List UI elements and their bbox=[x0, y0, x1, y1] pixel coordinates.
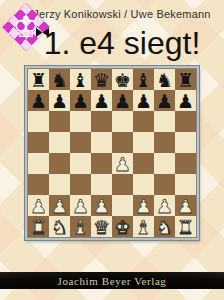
square-g4 bbox=[154, 153, 175, 174]
piece-white-rook: ♜ bbox=[28, 216, 49, 237]
piece-white-bishop: ♝ bbox=[70, 216, 91, 237]
piece-white-king: ♚ bbox=[112, 216, 133, 237]
square-a6 bbox=[28, 111, 49, 132]
piece-white-pawn: ♟ bbox=[154, 195, 175, 216]
square-h3 bbox=[175, 174, 196, 195]
square-f8: ♝ bbox=[133, 69, 154, 90]
book-title: 1. e4 siegt! bbox=[22, 26, 222, 60]
square-g5 bbox=[154, 132, 175, 153]
square-a1: ♜ bbox=[28, 216, 49, 237]
square-f2: ♟ bbox=[133, 195, 154, 216]
square-g6 bbox=[154, 111, 175, 132]
piece-black-rook: ♜ bbox=[175, 69, 196, 90]
square-d8: ♛ bbox=[91, 69, 112, 90]
square-b1: ♞ bbox=[49, 216, 70, 237]
publisher-name: Joachim Beyer Verlag bbox=[58, 275, 167, 287]
square-f1: ♝ bbox=[133, 216, 154, 237]
square-d3 bbox=[91, 174, 112, 195]
square-c3 bbox=[70, 174, 91, 195]
square-f3 bbox=[133, 174, 154, 195]
piece-white-pawn: ♟ bbox=[49, 195, 70, 216]
square-g3 bbox=[154, 174, 175, 195]
square-b7: ♟ bbox=[49, 90, 70, 111]
square-a7: ♟ bbox=[28, 90, 49, 111]
piece-white-pawn: ♟ bbox=[28, 195, 49, 216]
piece-black-pawn: ♟ bbox=[28, 90, 49, 111]
piece-black-rook: ♜ bbox=[28, 69, 49, 90]
square-d6 bbox=[91, 111, 112, 132]
chess-king-icon: ♔ bbox=[2, 7, 50, 47]
piece-black-pawn: ♟ bbox=[133, 90, 154, 111]
square-b2: ♟ bbox=[49, 195, 70, 216]
square-c5 bbox=[70, 132, 91, 153]
square-b5 bbox=[49, 132, 70, 153]
piece-black-bishop: ♝ bbox=[133, 69, 154, 90]
square-d5 bbox=[91, 132, 112, 153]
piece-black-queen: ♛ bbox=[91, 69, 112, 90]
piece-white-pawn: ♟ bbox=[112, 153, 133, 174]
square-g2: ♟ bbox=[154, 195, 175, 216]
square-e5 bbox=[112, 132, 133, 153]
piece-white-queen: ♛ bbox=[91, 216, 112, 237]
square-e3 bbox=[112, 174, 133, 195]
square-e7: ♟ bbox=[112, 90, 133, 111]
square-h8: ♜ bbox=[175, 69, 196, 90]
piece-black-pawn: ♟ bbox=[112, 90, 133, 111]
square-d7: ♟ bbox=[91, 90, 112, 111]
piece-black-pawn: ♟ bbox=[154, 90, 175, 111]
piece-black-pawn: ♟ bbox=[70, 90, 91, 111]
square-h7: ♟ bbox=[175, 90, 196, 111]
piece-black-pawn: ♟ bbox=[49, 90, 70, 111]
square-b6 bbox=[49, 111, 70, 132]
square-a5 bbox=[28, 132, 49, 153]
square-c2: ♟ bbox=[70, 195, 91, 216]
square-g1: ♞ bbox=[154, 216, 175, 237]
authors-line: Jerzy Konikowski / Uwe Bekemann bbox=[22, 8, 222, 20]
square-f7: ♟ bbox=[133, 90, 154, 111]
square-d1: ♛ bbox=[91, 216, 112, 237]
piece-white-rook: ♜ bbox=[175, 216, 196, 237]
piece-white-pawn: ♟ bbox=[91, 195, 112, 216]
chessboard-frame: ♜♞♝♛♚♝♞♜♟♟♟♟♟♟♟♟♟♟♟♟♟♟♟♟♜♞♝♛♚♝♞♜ bbox=[25, 66, 199, 240]
piece-black-knight: ♞ bbox=[49, 69, 70, 90]
square-a4 bbox=[28, 153, 49, 174]
square-g7: ♟ bbox=[154, 90, 175, 111]
chessboard: ♜♞♝♛♚♝♞♜♟♟♟♟♟♟♟♟♟♟♟♟♟♟♟♟♜♞♝♛♚♝♞♜ bbox=[27, 68, 197, 238]
publisher-logo: ♔ bbox=[2, 3, 50, 51]
square-d4 bbox=[91, 153, 112, 174]
bowtie-icon bbox=[36, 28, 49, 37]
piece-black-king: ♚ bbox=[112, 69, 133, 90]
square-b4 bbox=[49, 153, 70, 174]
square-e8: ♚ bbox=[112, 69, 133, 90]
square-c7: ♟ bbox=[70, 90, 91, 111]
square-e2 bbox=[112, 195, 133, 216]
publisher-bar: Joachim Beyer Verlag bbox=[0, 272, 224, 289]
square-c4 bbox=[70, 153, 91, 174]
piece-black-pawn: ♟ bbox=[91, 90, 112, 111]
square-e1: ♚ bbox=[112, 216, 133, 237]
square-f4 bbox=[133, 153, 154, 174]
square-f5 bbox=[133, 132, 154, 153]
square-a3 bbox=[28, 174, 49, 195]
piece-white-pawn: ♟ bbox=[133, 195, 154, 216]
square-h5 bbox=[175, 132, 196, 153]
square-h6 bbox=[175, 111, 196, 132]
square-e6 bbox=[112, 111, 133, 132]
square-g8: ♞ bbox=[154, 69, 175, 90]
square-c6 bbox=[70, 111, 91, 132]
square-h1: ♜ bbox=[175, 216, 196, 237]
square-h4 bbox=[175, 153, 196, 174]
square-c8: ♝ bbox=[70, 69, 91, 90]
square-c1: ♝ bbox=[70, 216, 91, 237]
square-d2: ♟ bbox=[91, 195, 112, 216]
piece-white-bishop: ♝ bbox=[133, 216, 154, 237]
square-a2: ♟ bbox=[28, 195, 49, 216]
piece-white-pawn: ♟ bbox=[70, 195, 91, 216]
piece-white-pawn: ♟ bbox=[175, 195, 196, 216]
piece-black-bishop: ♝ bbox=[70, 69, 91, 90]
square-b8: ♞ bbox=[49, 69, 70, 90]
square-h2: ♟ bbox=[175, 195, 196, 216]
piece-black-knight: ♞ bbox=[154, 69, 175, 90]
square-a8: ♜ bbox=[28, 69, 49, 90]
piece-white-knight: ♞ bbox=[49, 216, 70, 237]
piece-black-pawn: ♟ bbox=[175, 90, 196, 111]
piece-white-knight: ♞ bbox=[154, 216, 175, 237]
square-f6 bbox=[133, 111, 154, 132]
square-b3 bbox=[49, 174, 70, 195]
square-e4: ♟ bbox=[112, 153, 133, 174]
